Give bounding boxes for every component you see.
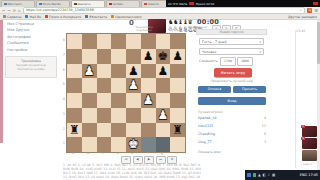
sidebar-item-friends[interactable]: Мои Друзья [7,28,34,32]
square-f5[interactable] [141,78,156,93]
file-label: a [66,151,81,155]
square-c8[interactable] [97,34,112,49]
player-value: 3 [264,140,266,144]
square-f2[interactable] [141,123,156,138]
square-c6[interactable] [97,64,112,79]
browser-tab-strip: ВКонтактеПочта Mail.RuШахматыYouTubeНово… [0,0,166,7]
bookmark-item[interactable]: Одноклассники [111,15,141,19]
left-edge-strip [0,20,3,143]
player-name[interactable]: Spartak_64 [198,116,217,120]
browser-tab[interactable]: YouTube [106,0,140,7]
bookmark-favicon-icon [111,15,114,18]
volume-icon[interactable]: ♪ [268,173,270,177]
scrollbar-thumb[interactable] [317,22,320,64]
file-label: f [140,151,155,155]
square-h8[interactable] [170,34,185,49]
bookmark-favicon-icon [25,15,28,18]
rec-stop-icon[interactable] [313,2,318,6]
sidebar-item-settings[interactable]: Настройки [7,48,34,52]
square-b1[interactable] [82,137,97,152]
square-a1[interactable] [67,137,82,152]
decline-button[interactable]: Отмена [198,86,231,94]
tab-favicon-icon [74,3,77,6]
square-g4[interactable] [156,93,171,108]
square-a4[interactable] [67,93,82,108]
bookmark-item[interactable]: Сервисы [3,15,21,19]
bookmark-item[interactable]: Mail.Ru [25,15,41,19]
sidebar-item-messages[interactable]: Сообщения [7,41,34,45]
difficulty-min-input[interactable]: 1700 [220,57,236,66]
tab-title: Шахматы [78,3,91,6]
square-g7[interactable]: ♚ [156,49,171,64]
page-url[interactable]: https://vk.com/app2234238_134983596 [26,8,298,12]
file-label: e [125,151,140,155]
notification-badge: 1 [301,125,305,129]
tab-title: ВКонтакте [8,3,23,6]
pinned-app-icon[interactable] [253,173,257,177]
bookmark-label: Одноклассники [115,15,141,19]
show-all-link[interactable]: Показать всех [198,150,221,154]
chevron-down-icon: ▾ [259,49,261,56]
notification-thumbnail[interactable] [302,150,317,161]
square-f7[interactable]: ♟ [141,49,156,64]
black-rook[interactable]: ♜ [67,123,82,138]
mini-time-label: 13:45 [296,29,305,33]
tray-expand-icon[interactable]: ▲ [258,173,261,177]
player-name[interactable]: Ivan2215 [198,124,213,128]
notification-thumbnail[interactable]: 1 [302,126,317,137]
bookmark-label: Сервисы [7,15,21,19]
leaderboard-row[interactable]: Oleg_77 3 [198,140,266,144]
file-label: h [169,151,184,155]
square-f8[interactable] [141,34,156,49]
tab-title: YouTube [113,3,124,6]
mode-select-value: Человек [202,50,216,54]
file-label: b [81,151,96,155]
rank-label: 4 [60,92,65,107]
leaderboard-title: Лучшие игроки [198,110,222,114]
recorder-bar: 24 ЧГК Warfa Время 22:02 [166,0,320,7]
bookmark-favicon-icon [3,15,6,18]
bookmark-label: ВКонтакте [89,15,107,19]
tab-favicon-icon [4,3,7,6]
tab-favicon-icon [39,3,42,6]
bookmark-label: Поиск в Интернете [49,15,81,19]
square-f6[interactable] [141,64,156,79]
square-b5[interactable] [82,78,97,93]
rank-label: 3 [60,107,65,122]
home-icon[interactable]: ⌂ [18,8,21,13]
player-value: 4 [264,116,266,120]
recorder-right-text: Время 22:02 [196,2,214,6]
white-king[interactable]: ♚ [126,137,141,152]
square-g3[interactable]: ♟ [156,108,171,123]
rec-indicator-icon [189,2,194,6]
recorder-left-text: 24 ЧГК Warfa [168,2,187,6]
ad-line2: бесплатно онлайн [8,67,54,71]
extension-icon[interactable]: Q [307,8,312,13]
square-d7[interactable] [111,49,126,64]
black-rook[interactable]: ♜ [170,123,185,138]
difficulty-max-input[interactable]: 1800 [237,57,253,66]
square-c2[interactable] [97,123,112,138]
login-button[interactable]: Вход [198,97,266,106]
square-f1[interactable] [141,137,156,152]
sidebar-item-photos[interactable]: Фотографии [7,35,34,39]
square-d1[interactable] [111,137,126,152]
forward-icon[interactable]: → [7,8,10,13]
sidebar-ad-box[interactable]: Тренировка Сыграй лучший ход бесплатно о… [5,56,57,78]
file-label: c [96,151,111,155]
rank-label: 7 [60,48,65,63]
square-e8[interactable] [126,34,141,49]
white-pawn[interactable]: ♟ [141,93,156,108]
square-a8[interactable] [67,34,82,49]
square-f4[interactable]: ♟ [141,93,156,108]
square-d2[interactable] [111,123,126,138]
square-a3[interactable] [67,108,82,123]
leaderboard-row[interactable]: ChessKing 8 [198,132,266,136]
taskbar-clock: ENG 17:45 [300,173,318,177]
square-h4[interactable] [170,93,185,108]
accept-button[interactable]: Принять [233,86,266,94]
chess-board[interactable]: ♟♚♟♟♟♟♟♟♟♜♜♚ [66,33,186,153]
square-b7[interactable] [82,49,97,64]
file-label: d [110,151,125,155]
bookmark-star-icon[interactable]: ☆ [299,8,302,13]
square-b2[interactable] [82,123,97,138]
square-e6[interactable]: ♟ [126,64,141,79]
tab-favicon-icon [109,3,112,6]
player-value: 8 [264,132,266,136]
square-g2[interactable] [156,123,171,138]
taskbar: ▲ ◧ ♪ ▦ ENG 17:45 [245,170,320,180]
bookmark-favicon-icon [45,15,48,18]
square-g6[interactable]: ♟ [156,64,171,79]
square-a7[interactable] [67,49,82,64]
opponent-select-value: Гость - 7 дней [202,40,227,44]
more-notifications-label: ещё 1 [303,162,312,166]
browser-menu-icon[interactable]: ☰ [314,8,318,13]
browser-tab[interactable]: Шахматы [71,0,105,7]
black-pawn[interactable]: ♟ [156,64,171,79]
player-value: 12 [262,124,266,128]
black-king[interactable]: ♚ [156,49,171,64]
rank-label: 8 [60,33,65,48]
square-d3[interactable] [111,108,126,123]
chevron-down-icon: ▾ [259,39,261,46]
other-bookmarks[interactable]: Другие закладки [288,15,317,19]
opponent-select[interactable]: Гость - 7 дней ▾ [199,38,264,46]
square-a6[interactable] [67,64,82,79]
square-b8[interactable] [82,34,97,49]
black-pawn[interactable]: ♟ [126,64,141,79]
square-b4[interactable] [82,93,97,108]
square-c1[interactable] [97,137,112,152]
panel-header: Новая партия [196,29,267,35]
rank-label: 5 [60,77,65,92]
square-h7[interactable]: ♟ [170,49,185,64]
black-pawn[interactable]: ♟ [170,49,185,64]
rank-label: 6 [60,63,65,78]
square-c7[interactable] [97,49,112,64]
square-b3[interactable] [82,108,97,123]
square-e4[interactable] [126,93,141,108]
continue-text: Продолжить лучший ход [196,79,267,83]
tab-title: Новости [148,3,159,6]
square-d4[interactable] [111,93,126,108]
square-h1[interactable] [170,137,185,152]
browser-toolbar: ← → ⟳ ⌂ https://vk.com/app2234238_134983… [0,7,320,14]
bookmark-item[interactable]: Поиск в Интернете [45,15,81,19]
bookmark-label: Mail.Ru [29,15,41,19]
chart-icon[interactable]: ▦ [272,173,275,177]
address-bar[interactable]: https://vk.com/app2234238_134983596 ☆ [23,7,306,14]
browser-tab[interactable]: Почта Mail.Ru [36,0,70,7]
rank-label: 1 [60,136,65,151]
browser-tab[interactable]: ВКонтакте [1,0,35,7]
notification-thumbnail[interactable]: 8 [302,138,317,149]
square-d5[interactable] [111,78,126,93]
square-h2[interactable]: ♜ [170,123,185,138]
white-pawn[interactable]: ♟ [126,78,141,93]
square-c3[interactable] [97,108,112,123]
player-name[interactable]: ChessKing [198,132,215,136]
square-h6[interactable] [170,64,185,79]
sidebar-item-profile[interactable]: Моя Страница [7,22,34,26]
mode-select[interactable]: Человек ▾ [199,48,264,56]
rank-labels: 87654321 [60,33,65,151]
system-time: 17:45 [308,173,318,177]
moves-list[interactable]: 1. d4 d5 2. c4 e6 3. Nc3 Nf6 4. Bg5 Be7 … [63,163,201,180]
difficulty-label: Сложность [199,59,218,63]
rank-label: 2 [60,122,65,137]
square-a2[interactable]: ♜ [67,123,82,138]
start-game-button[interactable]: Начать игру [214,68,252,78]
pinned-app-icon[interactable] [247,173,251,177]
square-c5[interactable] [97,78,112,93]
square-d6[interactable] [111,64,126,79]
tab-favicon-icon [144,3,147,6]
white-pawn[interactable]: ♟ [82,64,97,79]
language-indicator[interactable]: ENG [300,173,307,177]
leaderboard-row[interactable]: Ivan2215 12 [198,124,266,128]
square-b6[interactable]: ♟ [82,64,97,79]
network-icon[interactable]: ◧ [263,173,266,177]
file-labels: abcdefgh [66,151,184,155]
notification-badge: 8 [301,137,305,141]
leaderboard-row[interactable]: Spartak_64 4 [198,116,266,120]
bookmark-item[interactable]: ВКонтакте [85,15,107,19]
player-name[interactable]: Oleg_77 [198,140,211,144]
square-c4[interactable] [97,93,112,108]
square-h5[interactable] [170,78,185,93]
square-g8[interactable] [156,34,171,49]
square-e2[interactable] [126,123,141,138]
reload-icon[interactable]: ⟳ [13,8,16,13]
square-a5[interactable] [67,78,82,93]
square-d8[interactable] [111,34,126,49]
square-g1[interactable] [156,137,171,152]
sidebar-menu: Моя Страница Мои Друзья Фотографии Сообщ… [7,22,34,52]
square-h3[interactable] [170,108,185,123]
square-e7[interactable] [126,49,141,64]
square-f3[interactable] [141,108,156,123]
new-game-panel: Новая партия [196,29,267,35]
black-pawn[interactable]: ♟ [141,49,156,64]
white-pawn[interactable]: ♟ [156,108,171,123]
bookmark-favicon-icon [85,15,88,18]
back-icon[interactable]: ← [2,8,5,13]
square-g5[interactable] [156,78,171,93]
square-e3[interactable] [126,108,141,123]
tab-title: Почта Mail.Ru [43,3,61,6]
square-e1[interactable]: ♚ [126,137,141,152]
column-divider [295,30,296,168]
file-label: g [155,151,170,155]
square-e5[interactable]: ♟ [126,78,141,93]
